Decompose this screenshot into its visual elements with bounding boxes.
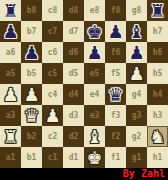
black-pawn-piece: ♟ xyxy=(2,21,18,42)
square-f1[interactable]: f1 xyxy=(105,147,126,168)
square-coordinate-label: c2 xyxy=(48,132,58,141)
square-c4[interactable]: c4 xyxy=(42,84,63,105)
white-queen-piece: ♛ xyxy=(23,105,39,126)
square-h5[interactable]: h5 xyxy=(147,63,168,84)
white-pawn-piece: ♟ xyxy=(23,84,39,105)
square-f7[interactable]: ♟ xyxy=(105,21,126,42)
square-b6[interactable]: ♟ xyxy=(21,42,42,63)
square-coordinate-label: c6 xyxy=(48,48,58,57)
square-coordinate-label: c8 xyxy=(48,6,58,15)
square-coordinate-label: g8 xyxy=(132,6,142,15)
square-coordinate-label: h7 xyxy=(153,27,163,36)
square-coordinate-label: b5 xyxy=(27,69,37,78)
square-a2[interactable]: ♜ xyxy=(0,126,21,147)
square-coordinate-label: f5 xyxy=(111,69,121,78)
square-f2[interactable]: f2 xyxy=(105,126,126,147)
square-d6[interactable]: d6 xyxy=(63,42,84,63)
square-coordinate-label: a1 xyxy=(6,153,16,162)
square-coordinate-label: g4 xyxy=(132,90,142,99)
square-coordinate-label: e3 xyxy=(90,111,100,120)
square-coordinate-label: g2 xyxy=(132,132,142,141)
square-coordinate-label: b2 xyxy=(27,132,37,141)
square-a1[interactable]: a1 xyxy=(0,147,21,168)
square-c7[interactable]: c7 xyxy=(42,21,63,42)
square-coordinate-label: d6 xyxy=(69,48,79,57)
black-pawn-piece: ♟ xyxy=(107,21,123,42)
square-coordinate-label: f1 xyxy=(111,153,121,162)
square-g5[interactable]: ♟ xyxy=(126,63,147,84)
square-c8[interactable]: c8 xyxy=(42,0,63,21)
square-c3[interactable]: ♟ xyxy=(42,105,63,126)
square-g8[interactable]: g8 xyxy=(126,0,147,21)
black-queen-piece: ♛ xyxy=(107,84,123,105)
square-e3[interactable]: e3 xyxy=(84,105,105,126)
square-coordinate-label: b7 xyxy=(27,27,37,36)
white-pawn-piece: ♟ xyxy=(128,63,144,84)
square-coordinate-label: h1 xyxy=(153,153,163,162)
square-h1[interactable]: h1 xyxy=(147,147,168,168)
black-rook-piece: ♜ xyxy=(149,0,165,21)
square-d3[interactable]: d3 xyxy=(63,105,84,126)
white-bishop-piece: ♝ xyxy=(86,126,102,147)
square-a3[interactable]: a3 xyxy=(0,105,21,126)
square-coordinate-label: c7 xyxy=(48,27,58,36)
square-c2[interactable]: c2 xyxy=(42,126,63,147)
square-a8[interactable]: ♜ xyxy=(0,0,21,21)
black-pawn-piece: ♟ xyxy=(86,42,102,63)
square-c5[interactable]: c5 xyxy=(42,63,63,84)
square-coordinate-label: d1 xyxy=(69,153,79,162)
square-coordinate-label: e4 xyxy=(90,90,100,99)
credit-bar: By Zahl xyxy=(0,168,168,180)
square-a6[interactable]: a6 xyxy=(0,42,21,63)
white-rook-piece: ♜ xyxy=(2,126,18,147)
square-c6[interactable]: c6 xyxy=(42,42,63,63)
square-h6[interactable]: h6 xyxy=(147,42,168,63)
credit-text: By Zahl xyxy=(123,168,165,180)
square-a7[interactable]: ♟ xyxy=(0,21,21,42)
square-d7[interactable]: d7 xyxy=(63,21,84,42)
white-pawn-piece: ♟ xyxy=(2,84,18,105)
square-e8[interactable]: e8 xyxy=(84,0,105,21)
black-rook-piece: ♜ xyxy=(2,0,18,21)
black-pawn-piece: ♟ xyxy=(128,42,144,63)
square-f8[interactable]: f8 xyxy=(105,0,126,21)
square-coordinate-label: a3 xyxy=(6,111,16,120)
square-f4[interactable]: ♛ xyxy=(105,84,126,105)
square-coordinate-label: f3 xyxy=(111,111,121,120)
white-pawn-piece: ♟ xyxy=(44,105,60,126)
square-b2[interactable]: b2 xyxy=(21,126,42,147)
black-king-piece: ♚ xyxy=(86,21,102,42)
square-coordinate-label: d5 xyxy=(69,69,79,78)
square-coordinate-label: d4 xyxy=(69,90,79,99)
square-coordinate-label: h3 xyxy=(153,111,163,120)
square-coordinate-label: f2 xyxy=(111,132,121,141)
square-b5[interactable]: b5 xyxy=(21,63,42,84)
square-h8[interactable]: ♜ xyxy=(147,0,168,21)
square-coordinate-label: c4 xyxy=(48,90,58,99)
square-coordinate-label: c1 xyxy=(48,153,58,162)
square-h3[interactable]: h3 xyxy=(147,105,168,126)
square-coordinate-label: b8 xyxy=(27,6,37,15)
square-g1[interactable]: g1 xyxy=(126,147,147,168)
square-g2[interactable]: g2 xyxy=(126,126,147,147)
square-d8[interactable]: d8 xyxy=(63,0,84,21)
square-h7[interactable]: h7 xyxy=(147,21,168,42)
square-d1[interactable]: d1 xyxy=(63,147,84,168)
square-h2[interactable]: ♞ xyxy=(147,126,168,147)
square-coordinate-label: d3 xyxy=(69,111,79,120)
chess-diagram: ♜b8c8d8e8f8g8♜♟b7c7d7♚♟♝h7a6♟c6d6♟f6♟h6a… xyxy=(0,0,168,180)
square-e5[interactable]: e5 xyxy=(84,63,105,84)
square-coordinate-label: f6 xyxy=(111,48,121,57)
square-b1[interactable]: b1 xyxy=(21,147,42,168)
square-coordinate-label: d2 xyxy=(69,132,79,141)
square-f6[interactable]: f6 xyxy=(105,42,126,63)
chess-board: ♜b8c8d8e8f8g8♜♟b7c7d7♚♟♝h7a6♟c6d6♟f6♟h6a… xyxy=(0,0,168,168)
square-a4[interactable]: ♟ xyxy=(0,84,21,105)
square-e1[interactable]: ♚ xyxy=(84,147,105,168)
square-coordinate-label: h5 xyxy=(153,69,163,78)
square-b3[interactable]: ♛ xyxy=(21,105,42,126)
square-b7[interactable]: b7 xyxy=(21,21,42,42)
black-pawn-piece: ♟ xyxy=(23,42,39,63)
square-g7[interactable]: ♝ xyxy=(126,21,147,42)
square-d4[interactable]: d4 xyxy=(63,84,84,105)
square-g4[interactable]: g4 xyxy=(126,84,147,105)
square-coordinate-label: d8 xyxy=(69,6,79,15)
square-b8[interactable]: b8 xyxy=(21,0,42,21)
square-e4[interactable]: e4 xyxy=(84,84,105,105)
square-coordinate-label: a5 xyxy=(6,69,16,78)
square-coordinate-label: e8 xyxy=(90,6,100,15)
square-coordinate-label: f8 xyxy=(111,6,121,15)
square-f3[interactable]: f3 xyxy=(105,105,126,126)
square-f5[interactable]: f5 xyxy=(105,63,126,84)
square-d2[interactable]: d2 xyxy=(63,126,84,147)
square-e6[interactable]: ♟ xyxy=(84,42,105,63)
square-a5[interactable]: a5 xyxy=(0,63,21,84)
square-coordinate-label: d7 xyxy=(69,27,79,36)
square-d5[interactable]: d5 xyxy=(63,63,84,84)
square-coordinate-label: b1 xyxy=(27,153,37,162)
square-h4[interactable]: h4 xyxy=(147,84,168,105)
square-coordinate-label: h4 xyxy=(153,90,163,99)
black-bishop-piece: ♝ xyxy=(128,21,144,42)
square-coordinate-label: a6 xyxy=(6,48,16,57)
white-king-piece: ♚ xyxy=(86,147,102,168)
square-coordinate-label: g1 xyxy=(132,153,142,162)
square-e7[interactable]: ♚ xyxy=(84,21,105,42)
square-e2[interactable]: ♝ xyxy=(84,126,105,147)
square-coordinate-label: c5 xyxy=(48,69,58,78)
square-b4[interactable]: ♟ xyxy=(21,84,42,105)
square-g3[interactable]: g3 xyxy=(126,105,147,126)
white-knight-piece: ♞ xyxy=(149,126,165,147)
square-g6[interactable]: ♟ xyxy=(126,42,147,63)
square-coordinate-label: h6 xyxy=(153,48,163,57)
square-coordinate-label: e5 xyxy=(90,69,100,78)
square-coordinate-label: g3 xyxy=(132,111,142,120)
square-c1[interactable]: c1 xyxy=(42,147,63,168)
